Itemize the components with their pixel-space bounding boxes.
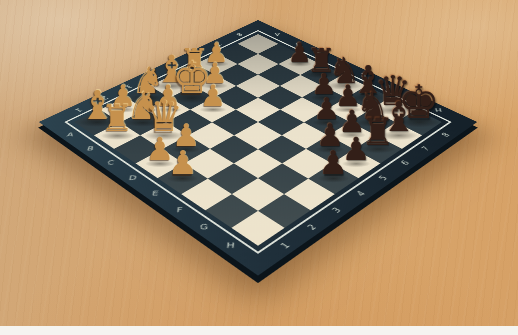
- rank-label-far-5: 5: [170, 62, 179, 67]
- file-label-far-g: G: [408, 95, 416, 100]
- rank-label-near-6: 6: [399, 160, 410, 167]
- file-label-far-c: C: [316, 52, 322, 56]
- rank-label-far-3: 3: [124, 83, 134, 88]
- rank-label-near-8: 8: [440, 132, 451, 138]
- rank-label-near-1: 1: [279, 241, 292, 249]
- file-label-near-c: C: [107, 160, 115, 166]
- rank-label-far-7: 7: [214, 42, 223, 46]
- rank-label-far-6: 6: [192, 51, 201, 56]
- rank-label-far-1: 1: [73, 107, 83, 113]
- file-label-near-a: A: [66, 132, 74, 137]
- file-label-far-h: H: [434, 107, 442, 112]
- file-label-far-b: B: [295, 42, 301, 46]
- rank-label-far-8: 8: [234, 32, 243, 36]
- file-label-near-e: E: [152, 191, 159, 197]
- rank-label-near-5: 5: [377, 175, 389, 182]
- file-label-near-f: F: [176, 207, 183, 214]
- chess-photo-scene: AABBCCDDEEFFGGHH1122334455667788 ♝♜♟♟♟♞♛…: [0, 0, 518, 335]
- file-label-far-d: D: [338, 62, 345, 66]
- rank-label-near-2: 2: [306, 223, 318, 231]
- rank-label-near-7: 7: [420, 146, 431, 152]
- rank-label-near-4: 4: [355, 190, 367, 197]
- file-label-far-f: F: [385, 84, 391, 88]
- file-label-far-a: A: [275, 32, 280, 36]
- file-label-near-g: G: [200, 224, 209, 231]
- file-label-near-h: H: [226, 242, 234, 249]
- file-label-near-b: B: [86, 146, 94, 151]
- file-label-near-d: D: [128, 175, 137, 181]
- file-label-far-e: E: [361, 73, 367, 77]
- rank-label-far-2: 2: [99, 95, 109, 100]
- photo-bottom-strip: [0, 326, 518, 335]
- rank-label-near-3: 3: [331, 206, 343, 214]
- rank-label-far-4: 4: [148, 72, 157, 77]
